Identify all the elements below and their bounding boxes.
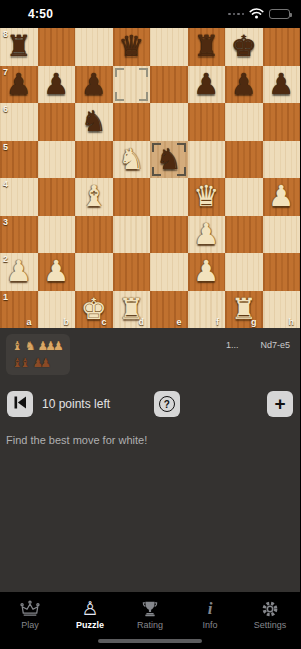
square-f4[interactable]: ♛ (188, 178, 226, 216)
file-label-a: a (26, 317, 31, 327)
highlight-corner (139, 92, 148, 101)
piece-black-knight: ♞ (81, 107, 107, 136)
tab-settings-label: Settings (254, 620, 287, 630)
file-label-d: d (139, 317, 145, 327)
file-label-b: b (64, 317, 70, 327)
piece-black-pawn: ♟ (81, 70, 107, 99)
square-d5[interactable]: ♞ (113, 141, 151, 179)
last-move-label[interactable]: Nd7-e5 (260, 340, 290, 350)
square-d2[interactable] (113, 253, 151, 291)
piece-white-bishop: ♝ (81, 182, 107, 211)
puzzle-toolbar: 10 points left ? + (0, 375, 300, 417)
square-h3[interactable] (263, 216, 301, 254)
status-bar: 4:50 (0, 0, 300, 28)
rank-label-5: 5 (3, 142, 8, 152)
plus-icon: + (274, 394, 285, 413)
points-left-label: 10 points left (42, 397, 110, 411)
square-e5[interactable]: ♞ (150, 141, 188, 179)
hint-button[interactable]: ? (154, 391, 180, 417)
square-c3[interactable] (75, 216, 113, 254)
square-c5[interactable] (75, 141, 113, 179)
square-a3[interactable]: 3 (0, 216, 38, 254)
square-f7[interactable]: ♟ (188, 66, 226, 104)
square-b8[interactable] (38, 28, 76, 66)
square-e2[interactable] (150, 253, 188, 291)
square-e3[interactable] (150, 216, 188, 254)
square-e6[interactable] (150, 103, 188, 141)
tab-settings[interactable]: Settings (240, 592, 300, 649)
cellular-signal-icon (228, 13, 244, 16)
gear-icon (261, 599, 279, 618)
square-h6[interactable] (263, 103, 301, 141)
piece-white-pawn: ♟ (268, 182, 294, 211)
square-g5[interactable] (225, 141, 263, 179)
rank-label-2: 2 (3, 254, 8, 264)
rank-label-3: 3 (3, 217, 8, 227)
square-b7[interactable]: ♟ (38, 66, 76, 104)
square-a6[interactable]: 6 (0, 103, 38, 141)
piece-black-king: ♚ (231, 32, 257, 61)
highlight-corner (115, 68, 124, 77)
piece-black-pawn: ♟ (231, 70, 257, 99)
file-label-h: h (289, 317, 295, 327)
square-a2[interactable]: ♟2 (0, 253, 38, 291)
captured-white-pieces: ♝♞♟♟♟ (12, 337, 64, 354)
rank-label-4: 4 (3, 179, 8, 189)
square-d7[interactable] (113, 66, 151, 104)
home-indicator[interactable] (98, 639, 202, 643)
file-label-g: g (251, 317, 257, 327)
piece-black-rook: ♜ (193, 32, 219, 61)
file-label-c: c (101, 317, 106, 327)
square-e4[interactable] (150, 178, 188, 216)
square-d8[interactable]: ♛ (113, 28, 151, 66)
square-f3[interactable]: ♟ (188, 216, 226, 254)
square-a5[interactable]: 5 (0, 141, 38, 179)
piece-black-pawn: ♟ (268, 70, 294, 99)
square-d1[interactable]: ♜d (113, 291, 151, 329)
tab-info-label: Info (202, 620, 217, 630)
square-c1[interactable]: ♚c (75, 291, 113, 329)
square-g1[interactable]: ♜g (225, 291, 263, 329)
captured-pawn-icon: ♟ (53, 340, 64, 352)
app-window: 4:50 ♜8♛♜♚♟7♟♟♟♟♟6♞5♞♞4♝♛♟3♟♟2♟♟1ab♚c♜de… (0, 0, 300, 649)
pawn-icon: ♙ (81, 599, 98, 618)
square-a7[interactable]: ♟7 (0, 66, 38, 104)
highlight-corner (139, 68, 148, 77)
piece-white-pawn: ♟ (6, 257, 32, 286)
square-c4[interactable]: ♝ (75, 178, 113, 216)
instruction-text: Find the best move for white! (0, 417, 300, 446)
square-a8[interactable]: ♜8 (0, 28, 38, 66)
captured-knight-icon: ♞ (25, 340, 36, 352)
square-d3[interactable] (113, 216, 151, 254)
square-h2[interactable] (263, 253, 301, 291)
rank-label-7: 7 (3, 67, 8, 77)
square-e8[interactable] (150, 28, 188, 66)
square-c8[interactable] (75, 28, 113, 66)
add-button[interactable]: + (267, 391, 293, 417)
chess-board: ♜8♛♜♚♟7♟♟♟♟♟6♞5♞♞4♝♛♟3♟♟2♟♟1ab♚c♜def♜gh (0, 28, 300, 328)
square-h7[interactable]: ♟ (263, 66, 301, 104)
square-a1[interactable]: 1a (0, 291, 38, 329)
highlight-corner (115, 92, 124, 101)
piece-white-queen: ♛ (193, 182, 219, 211)
skip-to-start-icon (13, 396, 27, 412)
captured-bishop-icon: ♝ (12, 340, 23, 352)
square-h8[interactable] (263, 28, 301, 66)
square-c2[interactable] (75, 253, 113, 291)
piece-white-pawn: ♟ (193, 257, 219, 286)
file-label-e: e (176, 317, 181, 327)
tab-bar: Play ♙ Puzzle Rating i Info (0, 592, 300, 649)
square-g4[interactable] (225, 178, 263, 216)
square-b6[interactable] (38, 103, 76, 141)
piece-white-knight: ♞ (118, 145, 144, 174)
piece-black-rook: ♜ (6, 32, 32, 61)
square-f5[interactable] (188, 141, 226, 179)
square-d6[interactable] (113, 103, 151, 141)
square-a4[interactable]: 4 (0, 178, 38, 216)
piece-black-queen: ♛ (118, 32, 144, 61)
tab-play-label: Play (21, 620, 39, 630)
puzzle-panel: ♝♞♟♟♟ ♝♝♟♟ 1... Nd7-e5 10 points left ? … (0, 328, 300, 592)
square-c7[interactable]: ♟ (75, 66, 113, 104)
tab-puzzle-label: Puzzle (76, 620, 104, 630)
piece-black-pawn: ♟ (6, 70, 32, 99)
square-h1[interactable]: h (263, 291, 301, 329)
highlight-corner (152, 143, 161, 152)
captured-pawn-icon: ♟ (40, 357, 51, 369)
square-f8[interactable]: ♜ (188, 28, 226, 66)
tab-play[interactable]: Play (0, 592, 60, 649)
square-d4[interactable] (113, 178, 151, 216)
piece-white-pawn: ♟ (43, 257, 69, 286)
square-b5[interactable] (38, 141, 76, 179)
square-h4[interactable]: ♟ (263, 178, 301, 216)
piece-white-pawn: ♟ (193, 220, 219, 249)
square-g8[interactable]: ♚ (225, 28, 263, 66)
rank-label-1: 1 (3, 292, 8, 302)
move-number-label: 1... (226, 340, 239, 350)
square-f1[interactable]: f (188, 291, 226, 329)
rank-label-6: 6 (3, 104, 8, 114)
battery-icon (269, 9, 290, 19)
piece-black-pawn: ♟ (193, 70, 219, 99)
square-g6[interactable] (225, 103, 263, 141)
clock-time: 4:50 (28, 7, 53, 21)
crown-icon (19, 599, 41, 618)
square-h5[interactable] (263, 141, 301, 179)
highlight-corner (152, 167, 161, 176)
square-b4[interactable] (38, 178, 76, 216)
skip-to-start-button[interactable] (7, 391, 33, 417)
highlight-corner (177, 167, 186, 176)
square-b2[interactable]: ♟ (38, 253, 76, 291)
captured-pieces-tray: ♝♞♟♟♟ ♝♝♟♟ (6, 334, 70, 375)
rank-label-8: 8 (3, 29, 8, 39)
piece-black-pawn: ♟ (43, 70, 69, 99)
square-f2[interactable]: ♟ (188, 253, 226, 291)
highlight-corner (177, 143, 186, 152)
square-b3[interactable] (38, 216, 76, 254)
moves-row: ♝♞♟♟♟ ♝♝♟♟ 1... Nd7-e5 (0, 328, 300, 375)
square-f6[interactable] (188, 103, 226, 141)
info-icon: i (208, 599, 213, 618)
square-e1[interactable]: e (150, 291, 188, 329)
question-mark-icon: ? (159, 396, 175, 412)
tab-rating-label: Rating (137, 620, 163, 630)
file-label-f: f (216, 317, 219, 327)
square-c6[interactable]: ♞ (75, 103, 113, 141)
captured-bishop-icon: ♝ (20, 357, 31, 369)
square-b1[interactable]: b (38, 291, 76, 329)
trophy-icon (141, 599, 159, 618)
captured-black-pieces: ♝♝♟♟ (12, 354, 64, 371)
square-g3[interactable] (225, 216, 263, 254)
square-g7[interactable]: ♟ (225, 66, 263, 104)
wifi-icon (249, 5, 264, 23)
square-g2[interactable] (225, 253, 263, 291)
square-e7[interactable] (150, 66, 188, 104)
